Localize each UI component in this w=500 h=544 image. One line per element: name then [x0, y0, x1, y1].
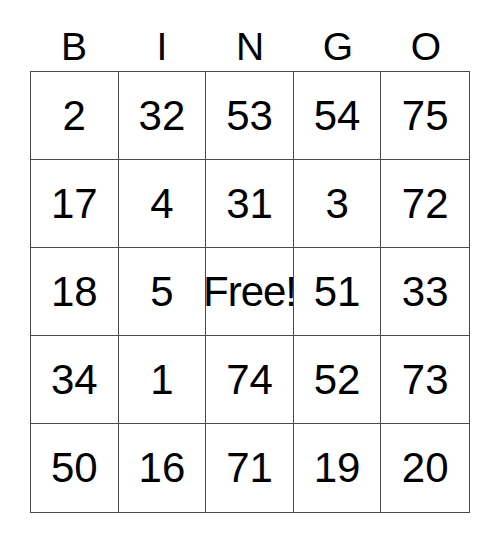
bingo-cell-r2c3[interactable]: 31: [206, 160, 294, 248]
bingo-cell-r3c4[interactable]: 51: [294, 248, 382, 336]
free-cell[interactable]: Free!: [206, 248, 294, 336]
bingo-cell-r4c1[interactable]: 34: [31, 336, 119, 424]
bingo-cell-r4c3[interactable]: 74: [206, 336, 294, 424]
bingo-cell-r1c1[interactable]: 2: [31, 72, 119, 160]
bingo-cell-r3c2[interactable]: 5: [119, 248, 207, 336]
bingo-grid: 2 32 53 54 75 17 4 31 3 72 18 5 Free! 51…: [30, 71, 470, 513]
bingo-cell-r2c4[interactable]: 3: [294, 160, 382, 248]
header-letter-g: G: [294, 26, 382, 71]
bingo-cell-r4c2[interactable]: 1: [119, 336, 207, 424]
bingo-cell-r2c5[interactable]: 72: [381, 160, 469, 248]
bingo-cell-r3c1[interactable]: 18: [31, 248, 119, 336]
header-letter-n: N: [206, 26, 294, 71]
bingo-cell-r1c3[interactable]: 53: [206, 72, 294, 160]
bingo-cell-r5c2[interactable]: 16: [119, 424, 207, 512]
bingo-cell-r2c1[interactable]: 17: [31, 160, 119, 248]
bingo-card: B I N G O 2 32 53 54 75 17 4 31 3 72 18 …: [0, 0, 500, 544]
bingo-cell-r5c3[interactable]: 71: [206, 424, 294, 512]
bingo-cell-r1c5[interactable]: 75: [381, 72, 469, 160]
header-letter-o: O: [382, 26, 470, 71]
bingo-header-row: B I N G O: [30, 0, 470, 71]
bingo-cell-r2c2[interactable]: 4: [119, 160, 207, 248]
bingo-cell-r5c4[interactable]: 19: [294, 424, 382, 512]
bingo-cell-r3c5[interactable]: 33: [381, 248, 469, 336]
bingo-cell-r4c5[interactable]: 73: [381, 336, 469, 424]
bingo-cell-r5c1[interactable]: 50: [31, 424, 119, 512]
bingo-cell-r4c4[interactable]: 52: [294, 336, 382, 424]
header-letter-i: I: [118, 26, 206, 71]
bingo-cell-r5c5[interactable]: 20: [381, 424, 469, 512]
bingo-cell-r1c4[interactable]: 54: [294, 72, 382, 160]
header-letter-b: B: [30, 26, 118, 71]
bingo-cell-r1c2[interactable]: 32: [119, 72, 207, 160]
